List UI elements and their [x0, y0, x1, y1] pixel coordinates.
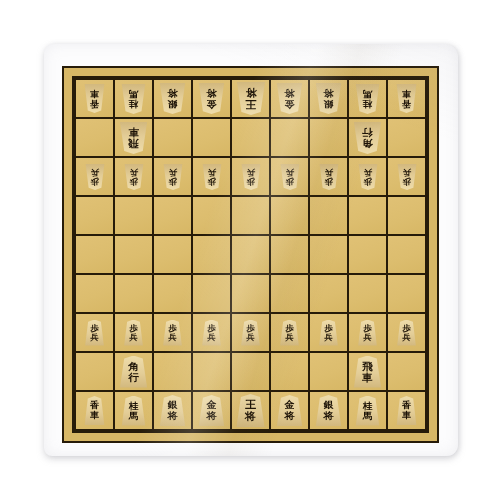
piece-kanji: 兵	[402, 168, 411, 176]
shogi-piece-gote-lance: 香車	[84, 84, 105, 113]
piece-kanji: 金	[207, 401, 217, 411]
board-cell	[388, 353, 425, 390]
shogi-piece-gote-pawn: 歩兵	[397, 164, 417, 190]
piece-kanji: 角	[128, 361, 139, 371]
piece-kanji: 兵	[285, 333, 294, 341]
piece-kanji: 歩	[129, 324, 138, 332]
piece-kanji: 歩	[324, 177, 333, 185]
board-cell	[76, 236, 113, 273]
piece-kanji: 歩	[168, 177, 177, 185]
piece-kanji: 歩	[363, 177, 372, 185]
board-cell: 歩兵	[388, 158, 425, 195]
board-cell	[76, 197, 113, 234]
piece-kanji: 桂	[363, 401, 373, 410]
shogi-piece-gote-gold: 金将	[198, 83, 225, 114]
piece-kanji: 銀	[168, 99, 178, 109]
piece-kanji: 歩	[207, 324, 216, 332]
board-cell	[232, 236, 269, 273]
shogi-piece-sente-king: 王将	[236, 394, 266, 427]
board-cell	[193, 197, 230, 234]
shogi-piece-sente-pawn: 歩兵	[280, 320, 300, 346]
board-cell: 銀将	[310, 392, 347, 429]
shogi-piece-gote-pawn: 歩兵	[358, 164, 378, 190]
piece-kanji: 将	[324, 89, 334, 99]
board-cell: 歩兵	[349, 158, 386, 195]
piece-kanji: 金	[285, 99, 295, 109]
bandana-cloth: 香車桂馬銀将金将王将金将銀将桂馬香車飛車角行歩兵歩兵歩兵歩兵歩兵歩兵歩兵歩兵歩兵…	[44, 44, 458, 456]
board-cell	[310, 275, 347, 312]
board-cell: 歩兵	[310, 158, 347, 195]
shogi-piece-gote-silver: 銀将	[159, 83, 186, 114]
shogi-piece-sente-bishop: 角行	[119, 356, 148, 388]
shogi-board-grid: 香車桂馬銀将金将王将金将銀将桂馬香車飛車角行歩兵歩兵歩兵歩兵歩兵歩兵歩兵歩兵歩兵…	[76, 80, 425, 429]
board-cell	[310, 353, 347, 390]
board-cell	[388, 275, 425, 312]
board-cell: 歩兵	[310, 314, 347, 351]
piece-kanji: 車	[402, 90, 411, 99]
board-cell: 飛車	[115, 119, 152, 156]
board-cell: 桂馬	[115, 392, 152, 429]
board-cell: 歩兵	[154, 158, 191, 195]
shogi-piece-sente-pawn: 歩兵	[163, 320, 183, 346]
shogi-piece-gote-pawn: 歩兵	[163, 164, 183, 190]
shogi-piece-gote-king: 王将	[236, 82, 266, 115]
shogi-piece-gote-pawn: 歩兵	[241, 164, 261, 190]
shogi-board-print: 香車桂馬銀将金将王将金将銀将桂馬香車飛車角行歩兵歩兵歩兵歩兵歩兵歩兵歩兵歩兵歩兵…	[62, 66, 439, 443]
piece-kanji: 馬	[129, 89, 139, 98]
board-cell	[115, 275, 152, 312]
board-cell	[310, 197, 347, 234]
shogi-piece-sente-pawn: 歩兵	[85, 320, 105, 346]
piece-kanji: 将	[285, 89, 295, 99]
piece-kanji: 兵	[402, 333, 411, 341]
board-cell: 歩兵	[154, 314, 191, 351]
piece-kanji: 兵	[246, 333, 255, 341]
piece-kanji: 車	[362, 372, 373, 382]
board-cell: 桂馬	[115, 80, 152, 117]
piece-kanji: 兵	[363, 168, 372, 176]
piece-kanji: 飛	[362, 361, 373, 371]
piece-kanji: 銀	[168, 401, 178, 411]
piece-kanji: 将	[245, 88, 256, 99]
board-cell: 銀将	[154, 80, 191, 117]
piece-kanji: 歩	[402, 177, 411, 185]
piece-kanji: 兵	[207, 333, 216, 341]
board-cell: 香車	[76, 392, 113, 429]
board-cell: 歩兵	[271, 314, 308, 351]
piece-kanji: 歩	[90, 324, 99, 332]
piece-kanji: 兵	[90, 168, 99, 176]
board-cell	[193, 275, 230, 312]
board-frame: 香車桂馬銀将金将王将金将銀将桂馬香車飛車角行歩兵歩兵歩兵歩兵歩兵歩兵歩兵歩兵歩兵…	[72, 76, 429, 433]
board-cell: 香車	[76, 80, 113, 117]
shogi-piece-gote-knight: 桂馬	[355, 84, 380, 114]
board-cell	[310, 119, 347, 156]
board-cell	[349, 236, 386, 273]
board-cell	[76, 275, 113, 312]
board-cell: 歩兵	[115, 314, 152, 351]
shogi-piece-gote-pawn: 歩兵	[124, 164, 144, 190]
shogi-piece-gote-rook: 飛車	[119, 122, 148, 154]
board-cell: 王将	[232, 80, 269, 117]
shogi-piece-gote-pawn: 歩兵	[319, 164, 339, 190]
piece-kanji: 兵	[168, 168, 177, 176]
board-cell: 歩兵	[271, 158, 308, 195]
piece-kanji: 歩	[207, 177, 216, 185]
board-cell: 歩兵	[193, 158, 230, 195]
piece-kanji: 車	[402, 411, 411, 420]
board-cell	[310, 236, 347, 273]
board-cell: 桂馬	[349, 392, 386, 429]
piece-kanji: 馬	[363, 89, 373, 98]
shogi-piece-gote-knight: 桂馬	[121, 84, 146, 114]
piece-kanji: 飛	[128, 138, 139, 148]
board-cell	[115, 236, 152, 273]
shogi-piece-sente-lance: 香車	[396, 396, 417, 425]
board-cell: 歩兵	[349, 314, 386, 351]
board-cell	[154, 119, 191, 156]
board-cell: 銀将	[310, 80, 347, 117]
piece-kanji: 馬	[129, 411, 139, 420]
piece-kanji: 兵	[363, 333, 372, 341]
piece-kanji: 車	[90, 90, 99, 99]
board-cell	[271, 197, 308, 234]
piece-kanji: 兵	[246, 168, 255, 176]
board-cell: 銀将	[154, 392, 191, 429]
piece-kanji: 王	[245, 400, 256, 411]
piece-kanji: 馬	[363, 411, 373, 420]
piece-kanji: 歩	[90, 177, 99, 185]
shogi-piece-sente-pawn: 歩兵	[124, 320, 144, 346]
piece-kanji: 香	[90, 402, 99, 411]
board-cell	[271, 236, 308, 273]
shogi-piece-gote-gold: 金将	[276, 83, 303, 114]
shogi-piece-sente-pawn: 歩兵	[202, 320, 222, 346]
piece-kanji: 金	[285, 401, 295, 411]
piece-kanji: 将	[245, 411, 256, 422]
shogi-piece-gote-pawn: 歩兵	[85, 164, 105, 190]
shogi-piece-sente-pawn: 歩兵	[241, 320, 261, 346]
board-cell: 金将	[271, 80, 308, 117]
shogi-piece-gote-silver: 銀将	[315, 83, 342, 114]
shogi-piece-sente-knight: 桂馬	[355, 396, 380, 426]
board-cell: 歩兵	[232, 314, 269, 351]
board-cell	[349, 275, 386, 312]
board-cell: 香車	[388, 392, 425, 429]
board-cell	[388, 236, 425, 273]
shogi-piece-sente-silver: 銀将	[315, 395, 342, 426]
shogi-piece-gote-bishop: 角行	[353, 122, 382, 154]
piece-kanji: 王	[245, 99, 256, 110]
board-cell	[154, 197, 191, 234]
shogi-piece-gote-lance: 香車	[396, 84, 417, 113]
piece-kanji: 兵	[129, 168, 138, 176]
board-cell: 歩兵	[76, 314, 113, 351]
piece-kanji: 桂	[129, 99, 139, 108]
piece-kanji: 兵	[207, 168, 216, 176]
piece-kanji: 将	[207, 89, 217, 99]
shogi-piece-gote-pawn: 歩兵	[202, 164, 222, 190]
piece-kanji: 歩	[168, 324, 177, 332]
board-cell	[271, 275, 308, 312]
board-cell	[154, 353, 191, 390]
shogi-piece-sente-pawn: 歩兵	[319, 320, 339, 346]
board-cell: 金将	[193, 392, 230, 429]
product-mockup-page: { "game": "shogi", "position": "lnsgkgsn…	[0, 0, 500, 500]
board-cell	[76, 353, 113, 390]
board-cell	[232, 119, 269, 156]
piece-kanji: 車	[128, 127, 139, 137]
shogi-piece-gote-pawn: 歩兵	[280, 164, 300, 190]
piece-kanji: 車	[90, 411, 99, 420]
piece-kanji: 兵	[129, 333, 138, 341]
piece-kanji: 金	[207, 99, 217, 109]
board-cell: 桂馬	[349, 80, 386, 117]
piece-kanji: 銀	[324, 401, 334, 411]
board-cell	[154, 236, 191, 273]
shogi-piece-sente-gold: 金将	[198, 395, 225, 426]
board-cell	[388, 119, 425, 156]
piece-kanji: 歩	[285, 324, 294, 332]
shogi-piece-sente-lance: 香車	[84, 396, 105, 425]
shogi-piece-sente-gold: 金将	[276, 395, 303, 426]
piece-kanji: 香	[90, 99, 99, 108]
board-cell	[388, 197, 425, 234]
board-cell	[193, 236, 230, 273]
piece-kanji: 兵	[324, 333, 333, 341]
shogi-piece-sente-pawn: 歩兵	[397, 320, 417, 346]
piece-kanji: 将	[324, 411, 334, 421]
board-cell: 金将	[193, 80, 230, 117]
board-cell	[349, 197, 386, 234]
shogi-piece-sente-knight: 桂馬	[121, 396, 146, 426]
board-cell: 歩兵	[76, 158, 113, 195]
board-cell: 歩兵	[193, 314, 230, 351]
piece-kanji: 行	[128, 372, 139, 382]
piece-kanji: 将	[207, 411, 217, 421]
shogi-piece-sente-pawn: 歩兵	[358, 320, 378, 346]
piece-kanji: 兵	[90, 333, 99, 341]
board-cell	[193, 353, 230, 390]
piece-kanji: 桂	[363, 99, 373, 108]
board-cell	[232, 353, 269, 390]
piece-kanji: 角	[362, 138, 373, 148]
board-cell: 香車	[388, 80, 425, 117]
piece-kanji: 将	[285, 411, 295, 421]
piece-kanji: 将	[168, 411, 178, 421]
board-cell: 王将	[232, 392, 269, 429]
board-cell	[271, 119, 308, 156]
board-cell: 歩兵	[388, 314, 425, 351]
shogi-piece-sente-rook: 飛車	[353, 356, 382, 388]
board-cell	[232, 197, 269, 234]
board-cell: 角行	[349, 119, 386, 156]
piece-kanji: 歩	[285, 177, 294, 185]
board-cell: 歩兵	[115, 158, 152, 195]
piece-kanji: 歩	[324, 324, 333, 332]
piece-kanji: 香	[402, 402, 411, 411]
piece-kanji: 歩	[129, 177, 138, 185]
piece-kanji: 桂	[129, 401, 139, 410]
board-cell	[115, 197, 152, 234]
piece-kanji: 行	[362, 127, 373, 137]
piece-kanji: 歩	[246, 177, 255, 185]
piece-kanji: 銀	[324, 99, 334, 109]
piece-kanji: 歩	[246, 324, 255, 332]
piece-kanji: 香	[402, 99, 411, 108]
piece-kanji: 歩	[363, 324, 372, 332]
board-cell: 金将	[271, 392, 308, 429]
piece-kanji: 将	[168, 89, 178, 99]
board-cell	[271, 353, 308, 390]
piece-kanji: 歩	[402, 324, 411, 332]
board-cell	[154, 275, 191, 312]
board-cell: 歩兵	[232, 158, 269, 195]
board-cell	[193, 119, 230, 156]
board-cell: 角行	[115, 353, 152, 390]
piece-kanji: 兵	[285, 168, 294, 176]
piece-kanji: 兵	[324, 168, 333, 176]
board-cell	[232, 275, 269, 312]
board-cell	[76, 119, 113, 156]
board-cell: 飛車	[349, 353, 386, 390]
shogi-piece-sente-silver: 銀将	[159, 395, 186, 426]
piece-kanji: 兵	[168, 333, 177, 341]
